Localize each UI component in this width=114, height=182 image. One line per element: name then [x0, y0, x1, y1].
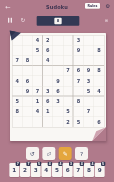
number-pad: 172735445463748495 — [9, 163, 104, 177]
cell-r9c5[interactable] — [53, 117, 63, 127]
hint-button[interactable]: ? — [75, 147, 88, 160]
cell-r8c5[interactable] — [53, 107, 63, 117]
cell-r4c2[interactable] — [23, 66, 33, 76]
cell-r8c2[interactable] — [23, 107, 33, 117]
cell-r7c9[interactable] — [94, 96, 104, 106]
cell-r6c9[interactable]: 4 — [94, 86, 104, 96]
cell-r2c6[interactable] — [63, 46, 73, 56]
key-digit: 3 — [34, 167, 38, 174]
timer-bar: 8 — [37, 16, 80, 26]
cell-r7c7[interactable]: 8 — [73, 96, 83, 106]
cell-r2c5[interactable] — [53, 46, 63, 56]
sudoku-board: 42356987847698469739736545163884157256 — [10, 33, 106, 141]
cell-r4c5[interactable] — [53, 66, 63, 76]
key-digit: 8 — [87, 167, 91, 174]
cell-r3c4[interactable]: 4 — [43, 56, 53, 66]
key-digit: 2 — [23, 167, 27, 174]
cell-r4c8[interactable]: 9 — [84, 66, 94, 76]
cell-r3c5[interactable] — [53, 56, 63, 66]
cell-r6c2[interactable]: 9 — [23, 86, 33, 96]
cell-r7c2[interactable] — [23, 96, 33, 106]
cell-r5c5[interactable]: 9 — [53, 76, 63, 86]
cell-r6c6[interactable] — [63, 86, 73, 96]
digit-key-7[interactable]: 74 — [73, 163, 83, 177]
cell-r9c6[interactable]: 2 — [63, 117, 73, 127]
cell-r2c1[interactable] — [12, 46, 22, 56]
cell-r6c8[interactable]: 5 — [84, 86, 94, 96]
cell-r3c8[interactable] — [84, 56, 94, 66]
cell-r1c6[interactable] — [63, 35, 73, 45]
cell-r6c7[interactable] — [73, 86, 83, 96]
cell-r1c4[interactable]: 2 — [43, 35, 53, 45]
cell-r9c1[interactable] — [12, 117, 22, 127]
cell-r8c1[interactable]: 8 — [12, 107, 22, 117]
cell-r9c8[interactable] — [84, 117, 94, 127]
erase-button[interactable]: ▱ — [42, 147, 55, 160]
cell-r5c2[interactable]: 6 — [23, 76, 33, 86]
cell-r9c4[interactable] — [43, 117, 53, 127]
cell-r7c3[interactable]: 1 — [33, 96, 43, 106]
cell-r6c1[interactable] — [12, 86, 22, 96]
cell-r4c1[interactable] — [12, 66, 22, 76]
digit-key-2[interactable]: 27 — [20, 163, 30, 177]
cell-r7c6[interactable] — [63, 96, 73, 106]
cell-r1c2[interactable] — [23, 35, 33, 45]
cell-r1c8[interactable] — [84, 35, 94, 45]
grid-icon[interactable]: ⊞ — [105, 18, 108, 23]
cell-r5c6[interactable] — [63, 76, 73, 86]
cell-r9c3[interactable] — [33, 117, 43, 127]
undo-icon: ↺ — [30, 150, 35, 157]
cell-r4c4[interactable] — [43, 66, 53, 76]
cell-r5c4[interactable] — [43, 76, 53, 86]
notes-button[interactable]: ✎ — [59, 147, 72, 160]
cell-r2c7[interactable]: 9 — [73, 46, 83, 56]
cell-r9c2[interactable] — [23, 117, 33, 127]
digit-key-5[interactable]: 54 — [52, 163, 62, 177]
key-digit: 1 — [12, 167, 16, 174]
cell-r3c9[interactable] — [94, 56, 104, 66]
cell-r8c8[interactable]: 7 — [84, 107, 94, 117]
gear-icon[interactable]: ⚙ — [105, 3, 110, 9]
key-digit: 4 — [44, 167, 48, 174]
cell-r5c3[interactable] — [33, 76, 43, 86]
digit-key-1[interactable]: 17 — [9, 163, 19, 177]
key-digit: 6 — [66, 167, 70, 174]
cell-r7c8[interactable] — [84, 96, 94, 106]
cell-r3c7[interactable] — [73, 56, 83, 66]
key-digit: 9 — [98, 167, 102, 174]
cell-r8c7[interactable] — [73, 107, 83, 117]
cell-r9c7[interactable]: 5 — [73, 117, 83, 127]
cell-r5c9[interactable] — [94, 76, 104, 86]
cell-r8c3[interactable]: 4 — [33, 107, 43, 117]
remaining-count-badge: 5 — [101, 162, 105, 166]
cell-r8c4[interactable]: 1 — [43, 107, 53, 117]
cell-r5c8[interactable]: 3 — [84, 76, 94, 86]
cell-r2c3[interactable]: 5 — [33, 46, 43, 56]
sudoku-grid: 42356987847698469739736545163884157256 — [12, 35, 104, 127]
timer-value: 8 — [54, 18, 61, 25]
toolbar: ↻ 8 ⊞ — [0, 14, 114, 28]
cell-r6c4[interactable]: 3 — [43, 86, 53, 96]
top-bar: ← Sudoku Rules ⚙ — [0, 0, 114, 14]
cell-r8c9[interactable] — [94, 107, 104, 117]
actions-row: ↺▱✎? — [0, 147, 114, 160]
cell-r3c6[interactable] — [63, 56, 73, 66]
cell-r7c1[interactable]: 5 — [12, 96, 22, 106]
cell-r4c6[interactable]: 7 — [63, 66, 73, 76]
undo-button[interactable]: ↺ — [26, 147, 39, 160]
restart-icon[interactable]: ↻ — [21, 17, 26, 24]
cell-r6c3[interactable]: 7 — [33, 86, 43, 96]
cell-r2c4[interactable]: 6 — [43, 46, 53, 56]
digit-key-4[interactable]: 44 — [41, 163, 51, 177]
cell-r3c3[interactable] — [33, 56, 43, 66]
digit-key-3[interactable]: 35 — [31, 163, 41, 177]
cell-r5c1[interactable]: 4 — [12, 76, 22, 86]
eraser-icon: ▱ — [45, 149, 52, 157]
cell-r3c2[interactable]: 8 — [23, 56, 33, 66]
cell-r2c8[interactable] — [84, 46, 94, 56]
cell-r1c3[interactable]: 4 — [33, 35, 43, 45]
cell-r1c5[interactable] — [53, 35, 63, 45]
cell-r7c4[interactable]: 6 — [43, 96, 53, 106]
cell-r3c1[interactable]: 7 — [12, 56, 22, 66]
cell-r2c9[interactable]: 8 — [94, 46, 104, 56]
digit-key-9[interactable]: 95 — [95, 163, 105, 177]
cell-r1c7[interactable]: 3 — [73, 35, 83, 45]
pause-icon[interactable] — [8, 18, 12, 23]
rules-button[interactable]: Rules — [85, 3, 100, 9]
cell-r5c7[interactable]: 7 — [73, 76, 83, 86]
cell-r4c7[interactable]: 6 — [73, 66, 83, 76]
pencil-icon: ✎ — [63, 150, 68, 157]
digit-key-8[interactable]: 84 — [84, 163, 94, 177]
cell-r6c5[interactable]: 6 — [53, 86, 63, 96]
app: ← Sudoku Rules ⚙ ↻ 8 ⊞ 42356987847698469… — [0, 0, 114, 182]
cell-r4c9[interactable]: 8 — [94, 66, 104, 76]
digit-key-6[interactable]: 63 — [63, 163, 73, 177]
key-digit: 5 — [55, 167, 59, 174]
key-digit: 7 — [76, 167, 80, 174]
cell-r9c9[interactable]: 6 — [94, 117, 104, 127]
hint-icon: ? — [80, 150, 83, 157]
cell-r8c6[interactable]: 5 — [63, 107, 73, 117]
cell-r4c3[interactable] — [33, 66, 43, 76]
cell-r7c5[interactable]: 3 — [53, 96, 63, 106]
cell-r1c9[interactable] — [94, 35, 104, 45]
cell-r2c2[interactable] — [23, 46, 33, 56]
